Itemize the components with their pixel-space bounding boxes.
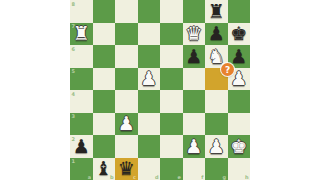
square-f3[interactable] — [183, 113, 206, 136]
square-d3[interactable] — [138, 113, 161, 136]
square-g4[interactable] — [205, 90, 228, 113]
black-pawn[interactable]: ♟ — [70, 135, 93, 158]
square-d5[interactable]: ♟ — [138, 68, 161, 91]
square-g1[interactable]: g — [205, 158, 228, 181]
rank-label-5: 5 — [72, 68, 75, 74]
square-a6[interactable]: 6 — [70, 45, 93, 68]
square-a7[interactable]: 7♜ — [70, 23, 93, 46]
square-g2[interactable]: ♟ — [205, 135, 228, 158]
black-rook[interactable]: ♜ — [205, 0, 228, 23]
square-d7[interactable] — [138, 23, 161, 46]
square-d6[interactable] — [138, 45, 161, 68]
thumbnail-stage: 8♜7♜♛♟♚6♟♞♟5♟♟43♟2♟♟♟♚1ab♝c♛defgh ? — [0, 0, 320, 180]
square-b3[interactable] — [93, 113, 116, 136]
square-d2[interactable] — [138, 135, 161, 158]
rank-label-3: 3 — [72, 113, 75, 119]
square-f7[interactable]: ♛ — [183, 23, 206, 46]
rank-label-1: 1 — [72, 158, 75, 164]
square-e7[interactable] — [160, 23, 183, 46]
rank-label-7: 7 — [72, 23, 75, 29]
square-e4[interactable] — [160, 90, 183, 113]
square-e2[interactable] — [160, 135, 183, 158]
white-pawn[interactable]: ♟ — [205, 135, 228, 158]
file-label-h: h — [245, 174, 249, 180]
square-a8[interactable]: 8 — [70, 0, 93, 23]
square-h1[interactable]: h — [228, 158, 251, 181]
square-f6[interactable]: ♟ — [183, 45, 206, 68]
black-pawn[interactable]: ♟ — [183, 45, 206, 68]
square-h8[interactable] — [228, 0, 251, 23]
file-label-f: f — [201, 174, 203, 180]
file-label-c: c — [133, 174, 136, 180]
file-label-b: b — [110, 174, 114, 180]
rank-label-4: 4 — [72, 91, 75, 97]
square-g7[interactable]: ♟ — [205, 23, 228, 46]
square-c3[interactable]: ♟ — [115, 113, 138, 136]
square-e8[interactable] — [160, 0, 183, 23]
square-e5[interactable] — [160, 68, 183, 91]
rank-label-6: 6 — [72, 46, 75, 52]
square-f5[interactable] — [183, 68, 206, 91]
square-b1[interactable]: b♝ — [93, 158, 116, 181]
file-label-a: a — [88, 174, 91, 180]
square-b4[interactable] — [93, 90, 116, 113]
square-d4[interactable] — [138, 90, 161, 113]
square-h2[interactable]: ♚ — [228, 135, 251, 158]
square-c6[interactable] — [115, 45, 138, 68]
square-c2[interactable] — [115, 135, 138, 158]
square-b6[interactable] — [93, 45, 116, 68]
square-c4[interactable] — [115, 90, 138, 113]
square-h4[interactable] — [228, 90, 251, 113]
left-pillarbox — [0, 0, 70, 180]
white-pawn[interactable]: ♟ — [183, 135, 206, 158]
square-b7[interactable] — [93, 23, 116, 46]
square-e1[interactable]: e — [160, 158, 183, 181]
square-a4[interactable]: 4 — [70, 90, 93, 113]
black-queen[interactable]: ♛ — [115, 158, 138, 181]
square-a3[interactable]: 3 — [70, 113, 93, 136]
square-b8[interactable] — [93, 0, 116, 23]
rank-label-8: 8 — [72, 1, 75, 7]
square-b5[interactable] — [93, 68, 116, 91]
white-pawn[interactable]: ♟ — [115, 113, 138, 136]
square-f2[interactable]: ♟ — [183, 135, 206, 158]
square-c8[interactable] — [115, 0, 138, 23]
square-e6[interactable] — [160, 45, 183, 68]
chess-board: 8♜7♜♛♟♚6♟♞♟5♟♟43♟2♟♟♟♚1ab♝c♛defgh — [70, 0, 250, 180]
square-f4[interactable] — [183, 90, 206, 113]
right-pillarbox — [250, 0, 320, 180]
square-c7[interactable] — [115, 23, 138, 46]
square-e3[interactable] — [160, 113, 183, 136]
square-g3[interactable] — [205, 113, 228, 136]
white-queen[interactable]: ♛ — [183, 23, 206, 46]
square-a1[interactable]: 1a — [70, 158, 93, 181]
square-c1[interactable]: c♛ — [115, 158, 138, 181]
square-a5[interactable]: 5 — [70, 68, 93, 91]
file-label-d: d — [155, 174, 159, 180]
file-label-g: g — [222, 174, 226, 180]
square-f1[interactable]: f — [183, 158, 206, 181]
square-a2[interactable]: 2♟ — [70, 135, 93, 158]
square-c5[interactable] — [115, 68, 138, 91]
white-pawn[interactable]: ♟ — [138, 68, 161, 91]
rank-label-2: 2 — [72, 136, 75, 142]
square-h7[interactable]: ♚ — [228, 23, 251, 46]
black-pawn[interactable]: ♟ — [205, 23, 228, 46]
black-king[interactable]: ♚ — [228, 23, 251, 46]
square-f8[interactable] — [183, 0, 206, 23]
square-g8[interactable]: ♜ — [205, 0, 228, 23]
file-label-e: e — [178, 174, 181, 180]
square-d1[interactable]: d — [138, 158, 161, 181]
black-bishop[interactable]: ♝ — [93, 158, 116, 181]
square-d8[interactable] — [138, 0, 161, 23]
square-h3[interactable] — [228, 113, 251, 136]
mistake-badge: ? — [221, 63, 234, 76]
square-b2[interactable] — [93, 135, 116, 158]
white-king[interactable]: ♚ — [228, 135, 251, 158]
white-rook[interactable]: ♜ — [70, 23, 93, 46]
